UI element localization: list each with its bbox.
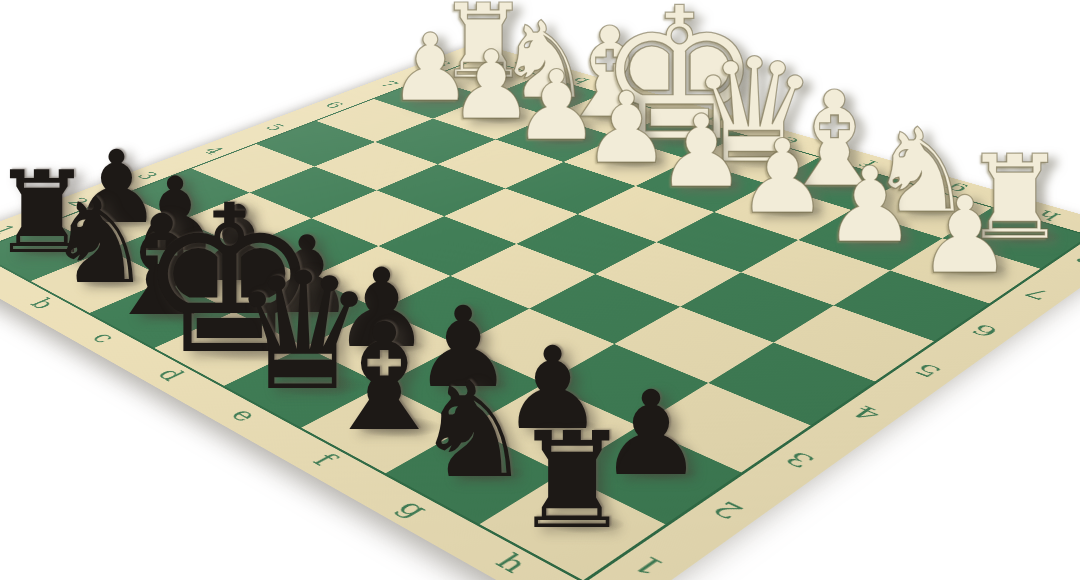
rank-label-right-3: 3	[780, 448, 820, 470]
board-squares	[0, 58, 1080, 580]
rank-label-right-5: 5	[910, 361, 946, 380]
vinyl-chess-mat: aabbccddeeffgghh1122334455667788	[0, 43, 1080, 580]
file-label-far-b: b	[567, 76, 593, 85]
rank-label-left-5: 5	[262, 122, 289, 132]
rank-label-left-4: 4	[199, 145, 227, 156]
rank-label-right-4: 4	[848, 403, 886, 424]
rank-label-right-7: 7	[1021, 286, 1055, 302]
rank-label-left-8: 8	[430, 60, 455, 69]
file-label-far-e: e	[776, 135, 803, 146]
rank-label-left-6: 6	[321, 100, 347, 110]
file-label-far-c: c	[633, 95, 658, 104]
file-label-near-h: h	[490, 550, 534, 577]
file-label-near-f: f	[307, 450, 341, 468]
file-label-far-g: g	[941, 182, 971, 195]
file-label-near-c: c	[87, 330, 121, 346]
file-label-near-b: b	[25, 296, 59, 312]
file-label-far-f: f	[858, 159, 880, 169]
file-label-near-g: g	[392, 497, 434, 521]
product-photo-canvas: aabbccddeeffgghh1122334455667788 ♜♞♝♚♛♝♞…	[0, 0, 1080, 580]
rank-label-left-2: 2	[63, 196, 93, 208]
rank-label-right-2: 2	[707, 498, 749, 523]
rank-label-left-7: 7	[377, 80, 403, 89]
file-label-near-d: d	[152, 365, 189, 383]
rank-label-right-1: 1	[627, 552, 671, 579]
rank-label-left-3: 3	[133, 170, 162, 182]
rank-label-right-6: 6	[967, 322, 1002, 340]
file-label-far-d: d	[701, 114, 728, 124]
file-label-far-a: a	[507, 59, 531, 67]
file-label-far-h: h	[1033, 209, 1064, 223]
file-label-near-a: a	[0, 265, 2, 279]
file-label-near-e: e	[225, 405, 262, 424]
rank-label-right-8: 8	[1071, 252, 1080, 267]
